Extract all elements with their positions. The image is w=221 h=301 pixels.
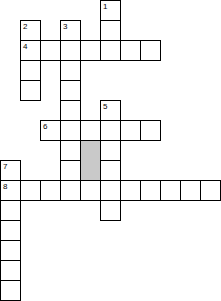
crossword-cell-shaded[interactable]: [80, 140, 101, 181]
crossword-cell[interactable]: [140, 120, 161, 141]
crossword-cell[interactable]: [100, 120, 121, 141]
crossword-board: 12345678: [0, 0, 221, 301]
crossword-cell[interactable]: [20, 60, 41, 81]
crossword-cell[interactable]: [100, 140, 121, 161]
crossword-cell[interactable]: [60, 160, 81, 181]
crossword-cell[interactable]: [40, 40, 61, 61]
crossword-screenshot: 12345678: [0, 0, 221, 301]
crossword-cell[interactable]: [60, 100, 81, 121]
crossword-cell[interactable]: [80, 40, 101, 61]
crossword-cell[interactable]: [0, 220, 21, 241]
crossword-cell[interactable]: [60, 140, 81, 161]
crossword-cell[interactable]: [140, 40, 161, 61]
crossword-cell[interactable]: [60, 60, 81, 81]
crossword-cell[interactable]: [100, 0, 121, 21]
crossword-cell[interactable]: [60, 20, 81, 41]
crossword-cell[interactable]: [0, 160, 21, 181]
crossword-cell[interactable]: [200, 180, 221, 201]
crossword-cell[interactable]: [120, 180, 141, 201]
crossword-cell[interactable]: [60, 80, 81, 101]
crossword-cell[interactable]: [0, 180, 21, 201]
crossword-cell[interactable]: [60, 40, 81, 61]
crossword-cell[interactable]: [160, 180, 181, 201]
crossword-cell[interactable]: [100, 160, 121, 181]
crossword-cell[interactable]: [80, 180, 101, 201]
crossword-cell[interactable]: [20, 40, 41, 61]
crossword-cell[interactable]: [60, 180, 81, 201]
crossword-cell[interactable]: [180, 180, 201, 201]
crossword-cell[interactable]: [80, 120, 101, 141]
crossword-cell[interactable]: [20, 180, 41, 201]
crossword-cell[interactable]: [40, 120, 61, 141]
crossword-cell[interactable]: [120, 40, 141, 61]
crossword-cell[interactable]: [60, 120, 81, 141]
crossword-cell[interactable]: [100, 40, 121, 61]
crossword-cell[interactable]: [0, 280, 21, 301]
crossword-cell[interactable]: [100, 180, 121, 201]
crossword-cell[interactable]: [20, 80, 41, 101]
crossword-cell[interactable]: [0, 260, 21, 281]
crossword-cell[interactable]: [0, 200, 21, 221]
crossword-cell[interactable]: [20, 20, 41, 41]
crossword-cell[interactable]: [0, 240, 21, 261]
crossword-cell[interactable]: [100, 200, 121, 221]
crossword-cell[interactable]: [40, 180, 61, 201]
crossword-cell[interactable]: [140, 180, 161, 201]
crossword-cell[interactable]: [100, 20, 121, 41]
crossword-cell[interactable]: [120, 120, 141, 141]
crossword-cell[interactable]: [100, 100, 121, 121]
